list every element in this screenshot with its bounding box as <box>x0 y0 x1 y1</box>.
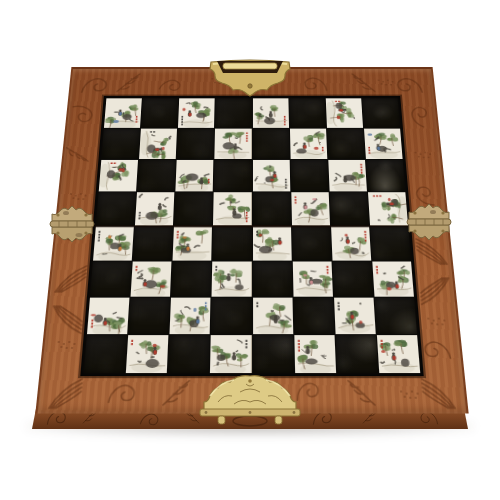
square-a7 <box>101 129 140 160</box>
square-h1 <box>377 335 420 373</box>
square-b2 <box>128 297 170 334</box>
square-c4 <box>173 226 213 260</box>
handle-bar <box>223 63 277 69</box>
square-d2 <box>211 297 251 334</box>
photo-of-chess-box <box>0 0 500 500</box>
square-c2 <box>170 297 211 334</box>
square-h2 <box>374 297 417 334</box>
square-g8 <box>326 98 363 128</box>
square-e7 <box>252 129 289 160</box>
square-a5 <box>96 193 136 226</box>
square-d1 <box>210 335 251 373</box>
square-c5 <box>174 193 213 226</box>
left-hinge <box>46 201 98 247</box>
square-a1 <box>84 335 127 373</box>
clasp-hook-left <box>218 416 225 424</box>
square-f1 <box>294 335 336 373</box>
square-d6 <box>214 160 251 192</box>
square-b6 <box>137 160 176 192</box>
square-b3 <box>131 261 172 296</box>
board-well <box>80 96 423 376</box>
square-e2 <box>253 297 293 334</box>
square-e6 <box>252 160 289 192</box>
square-h6 <box>366 160 405 192</box>
square-f5 <box>291 193 330 226</box>
square-e5 <box>252 193 290 226</box>
square-c6 <box>176 160 214 192</box>
right-hinge <box>402 199 456 245</box>
square-a3 <box>90 261 132 296</box>
square-b5 <box>135 193 175 226</box>
square-d3 <box>212 261 252 296</box>
square-h7 <box>364 129 403 160</box>
brass-handle <box>203 56 297 98</box>
square-f7 <box>290 129 327 160</box>
square-e1 <box>253 335 294 373</box>
square-d4 <box>213 226 252 260</box>
square-h8 <box>362 98 400 128</box>
square-e4 <box>253 226 292 260</box>
square-d8 <box>215 98 251 128</box>
square-g5 <box>329 193 369 226</box>
fold-seam <box>57 225 448 228</box>
square-f2 <box>293 297 334 334</box>
square-c8 <box>178 98 215 128</box>
square-b4 <box>133 226 173 260</box>
square-a2 <box>87 297 130 334</box>
square-d7 <box>215 129 252 160</box>
square-g6 <box>328 160 367 192</box>
square-a6 <box>99 160 138 192</box>
handle-screw <box>248 84 252 88</box>
square-b1 <box>126 335 169 373</box>
square-e8 <box>252 98 288 128</box>
square-f8 <box>289 98 326 128</box>
square-b8 <box>141 98 178 128</box>
square-f3 <box>292 261 332 296</box>
square-c3 <box>171 261 211 296</box>
square-g4 <box>331 226 371 260</box>
square-g1 <box>335 335 378 373</box>
front-clasp <box>194 372 306 426</box>
square-a8 <box>104 98 142 128</box>
square-f6 <box>290 160 328 192</box>
square-g3 <box>332 261 373 296</box>
square-c1 <box>168 335 210 373</box>
square-e3 <box>253 261 293 296</box>
square-c7 <box>177 129 214 160</box>
square-g2 <box>334 297 376 334</box>
square-d5 <box>213 193 251 226</box>
square-f4 <box>292 226 332 260</box>
square-g7 <box>327 129 365 160</box>
chessboard <box>84 98 420 373</box>
square-a4 <box>93 226 134 260</box>
square-h3 <box>372 261 414 296</box>
square-b7 <box>139 129 177 160</box>
clasp-hook-right <box>275 416 282 424</box>
